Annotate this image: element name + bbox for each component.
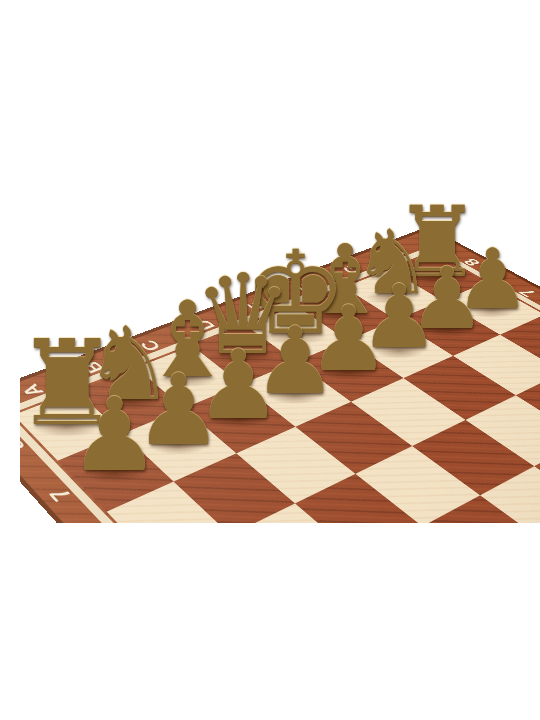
photo-crop-mask-bottom	[0, 523, 540, 720]
rank-label-7-left: 7	[44, 485, 78, 505]
product-photo-stage: AABBCCDDEEFFGGHH8877665544332211 ♜♞♝♛♚♝♞…	[0, 0, 540, 720]
photo-crop-mask-left	[0, 0, 20, 720]
